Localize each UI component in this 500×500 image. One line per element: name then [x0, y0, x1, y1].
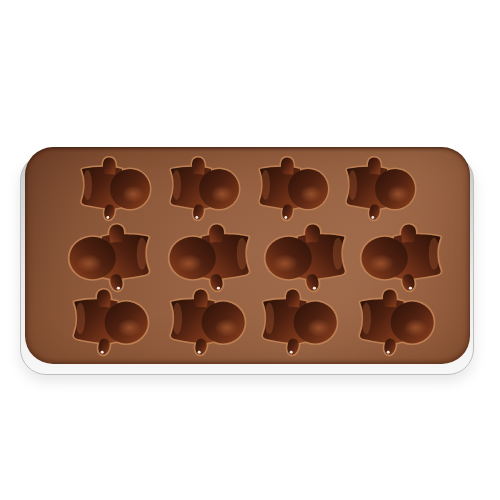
- doll-cavity-shape: [256, 156, 331, 222]
- head-gloss: [272, 254, 298, 272]
- doll-cavity-shape: [167, 288, 248, 357]
- doll-cavity-shape: [167, 156, 242, 222]
- foot-specular-dot: [284, 216, 287, 219]
- doll-cavity-shape: [262, 223, 349, 293]
- doll-cavity-shape: [78, 156, 153, 222]
- head-gloss: [387, 186, 409, 203]
- mold-tray: [25, 147, 470, 364]
- cavity-doll: [78, 156, 153, 222]
- head-gloss: [118, 319, 142, 337]
- dress-wall-highlight: [348, 170, 357, 200]
- head-gloss: [76, 254, 102, 272]
- doll-cavity-shape: [66, 223, 153, 293]
- cavity-doll: [356, 288, 437, 357]
- dress-wall-highlight: [361, 303, 371, 334]
- foot-specular-dot: [106, 216, 109, 219]
- foot-specular-dot: [371, 216, 374, 219]
- cavity-doll: [259, 288, 340, 357]
- dress-wall-highlight: [237, 238, 247, 270]
- foot-specular-dot: [290, 351, 293, 354]
- head-gloss: [176, 254, 202, 272]
- dress-wall-highlight: [429, 238, 439, 270]
- foot-specular-dot: [198, 351, 201, 354]
- doll-cavity-shape: [358, 223, 445, 293]
- head-gloss: [215, 319, 239, 337]
- doll-cavity-shape: [166, 223, 253, 293]
- dress-wall-highlight: [333, 238, 343, 270]
- cavity-doll: [262, 223, 349, 293]
- head-gloss: [404, 319, 428, 337]
- cavity-doll: [343, 156, 418, 222]
- cavity-doll: [256, 156, 331, 222]
- foot-specular-dot: [101, 351, 104, 354]
- cavity-doll: [167, 156, 242, 222]
- head-gloss: [300, 186, 322, 203]
- foot-specular-dot: [387, 351, 390, 354]
- cavity-doll: [358, 223, 445, 293]
- dress-wall-highlight: [172, 303, 182, 334]
- cavity-doll: [66, 223, 153, 293]
- dress-wall-highlight: [137, 238, 147, 270]
- doll-cavity-shape: [259, 288, 340, 357]
- dress-wall-highlight: [83, 170, 92, 200]
- head-gloss: [211, 186, 233, 203]
- dress-wall-highlight: [264, 303, 274, 334]
- head-gloss: [368, 254, 394, 272]
- doll-cavity-shape: [356, 288, 437, 357]
- head-gloss: [307, 319, 331, 337]
- cavity-doll: [70, 288, 151, 357]
- product-photo-scene: [0, 0, 500, 500]
- cavity-doll: [166, 223, 253, 293]
- foot-specular-dot: [195, 216, 198, 219]
- doll-cavity-shape: [343, 156, 418, 222]
- dress-wall-highlight: [172, 170, 181, 200]
- cavity-doll: [167, 288, 248, 357]
- dress-wall-highlight: [75, 303, 85, 334]
- head-gloss: [122, 186, 144, 203]
- doll-cavity-shape: [70, 288, 151, 357]
- dress-wall-highlight: [261, 170, 270, 200]
